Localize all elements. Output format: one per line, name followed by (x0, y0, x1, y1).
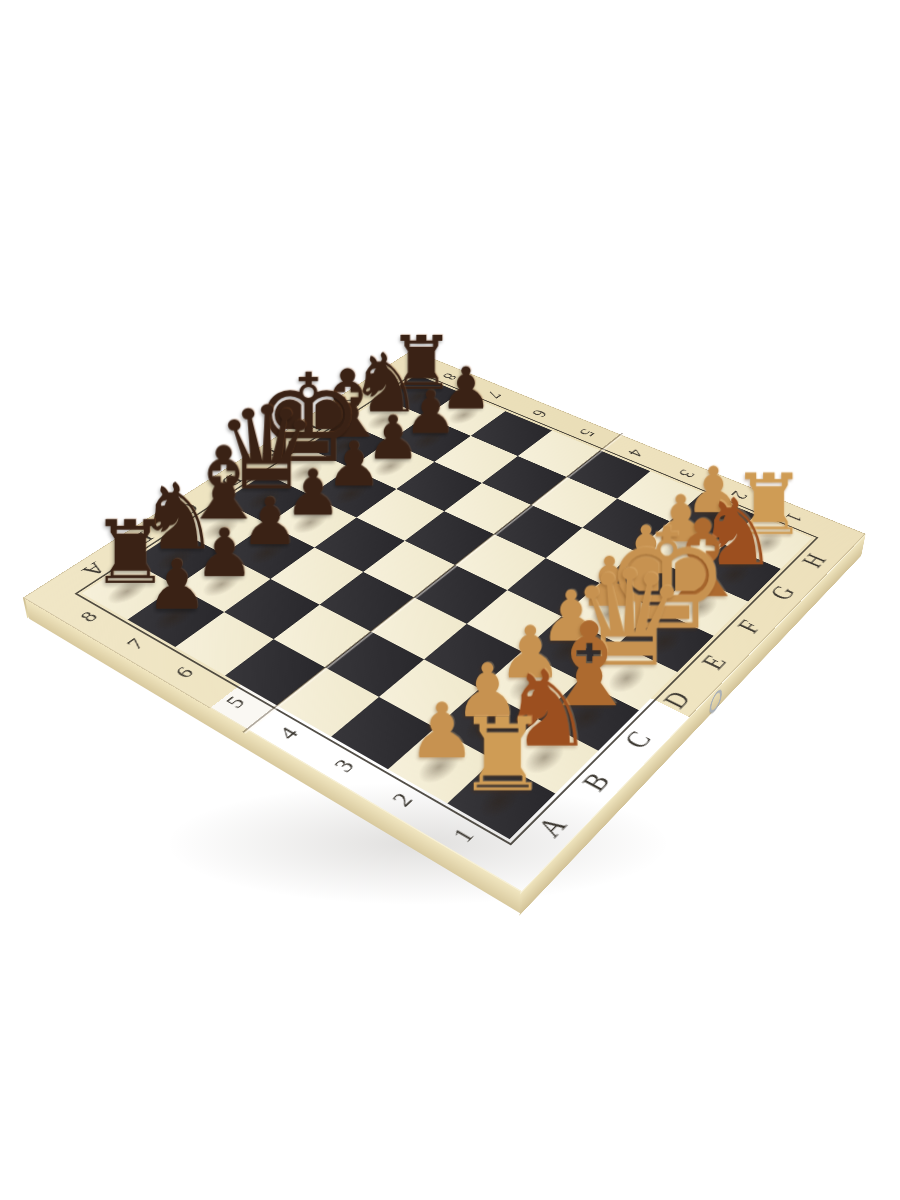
piece-black-pawn-a7[interactable]: ♟ (145, 552, 207, 621)
pieces-layer: ♜♞♟♝♟♚♟♛♟♝♟♞♟♟♜♟♟♜♟♟♞♟♝♟♚♟♛♟♝♟♞♜ (23, 350, 866, 892)
board-top-face: AABBCCDDEEFFGGHH1122334455667788 ♜♞♟♝♟♚♟… (23, 350, 866, 892)
piece-white-rook-a1[interactable]: ♜ (456, 704, 548, 806)
chess-board: AABBCCDDEEFFGGHH1122334455667788 ♜♞♟♝♟♚♟… (23, 350, 866, 892)
product-photo-canvas: AABBCCDDEEFFGGHH1122334455667788 ♜♞♟♝♟♚♟… (0, 0, 900, 1200)
scene-3d: AABBCCDDEEFFGGHH1122334455667788 ♜♞♟♝♟♚♟… (0, 0, 900, 1200)
